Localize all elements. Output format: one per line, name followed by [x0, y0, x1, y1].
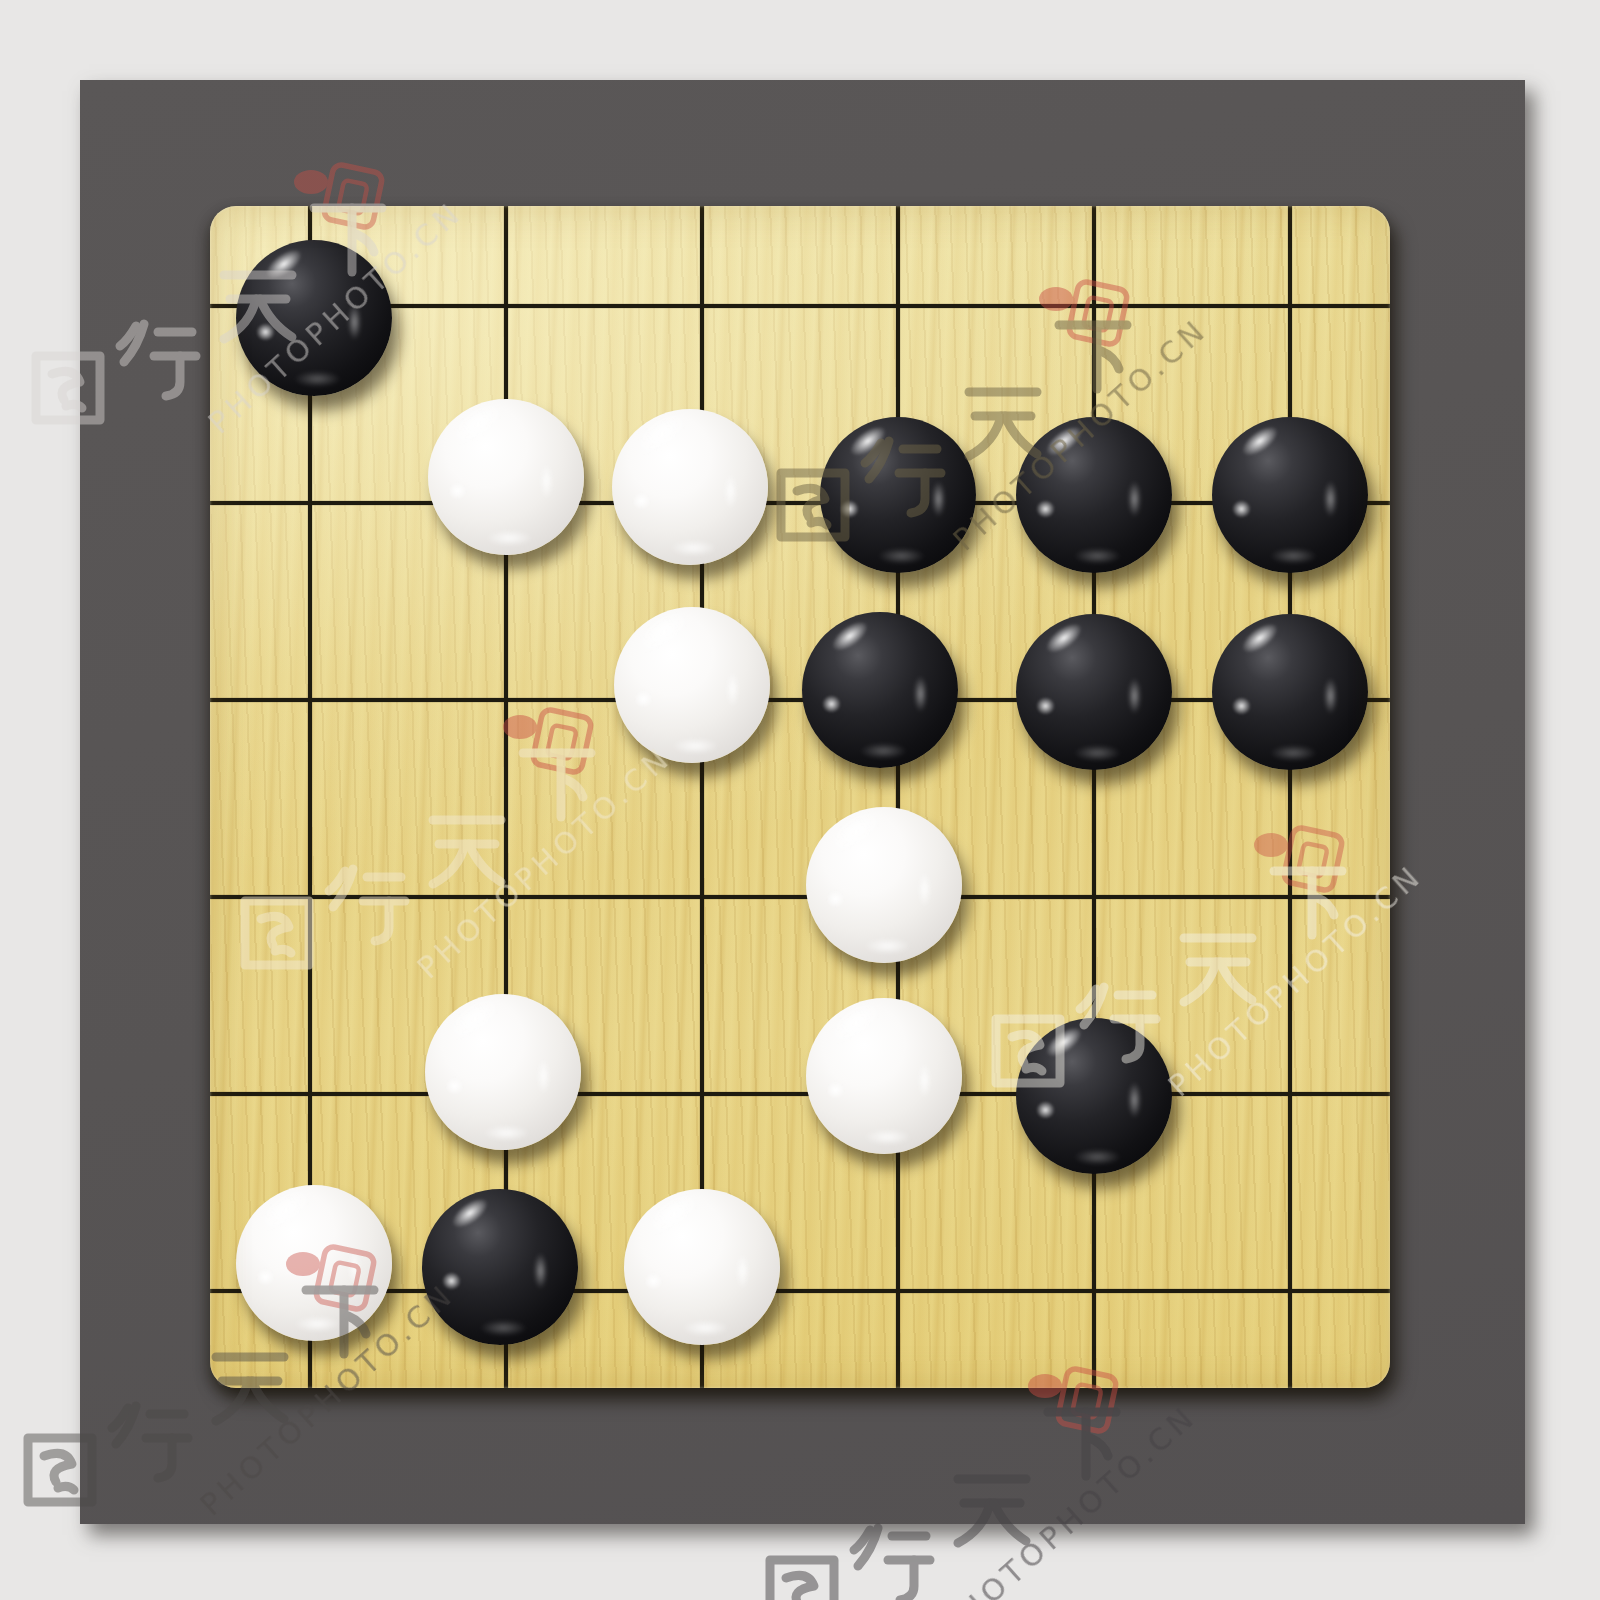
stone-highlight: [1232, 697, 1251, 716]
stone-highlight: [442, 1272, 461, 1291]
stone-highlight: [1074, 745, 1121, 761]
stone-highlight: [1128, 1082, 1140, 1118]
stone-highlight: [826, 1081, 845, 1100]
stone-highlight: [864, 1129, 911, 1145]
stone-highlight: [483, 1125, 530, 1141]
white-stone: [624, 1189, 780, 1345]
stone-highlight: [256, 1268, 275, 1287]
white-stone: [428, 399, 584, 555]
stone-highlight: [825, 805, 886, 860]
black-stone: [422, 1189, 578, 1345]
black-stone: [1016, 614, 1172, 770]
stone-highlight: [670, 540, 717, 556]
stone-highlight: [633, 605, 694, 660]
stone-highlight: [1074, 1149, 1121, 1165]
stone-highlight: [1128, 678, 1140, 714]
black-stone: [820, 417, 976, 573]
black-stone: [236, 240, 392, 396]
stone-highlight: [643, 1187, 704, 1242]
stone-highlight: [822, 695, 841, 714]
stone-highlight: [448, 482, 467, 501]
stone-highlight: [445, 1077, 464, 1096]
stone-highlight: [632, 492, 651, 511]
stone-highlight: [845, 421, 891, 462]
page-background: PHOTOPHOTO.CNPHOTOPHOTO.CNPHOTOPHOTO.CNP…: [0, 0, 1600, 1600]
stone-highlight: [864, 938, 911, 954]
stone-highlight: [736, 1253, 748, 1289]
stone-highlight: [480, 1320, 527, 1336]
stone-highlight: [1036, 500, 1055, 519]
stone-highlight: [348, 1249, 360, 1285]
stone-highlight: [918, 1062, 930, 1098]
stone-highlight: [827, 616, 873, 657]
stone-highlight: [348, 304, 360, 340]
stone-highlight: [914, 676, 926, 712]
stone-highlight: [1237, 618, 1283, 659]
stone-highlight: [1237, 421, 1283, 462]
stone-highlight: [1324, 678, 1336, 714]
grid-line-vertical: [1092, 206, 1096, 1388]
black-stone: [1016, 1018, 1172, 1174]
stone-highlight: [255, 1183, 316, 1238]
white-stone: [612, 409, 768, 565]
stone-highlight: [682, 1320, 729, 1336]
stone-highlight: [540, 463, 552, 499]
stone-highlight: [840, 500, 859, 519]
black-stone: [1212, 614, 1368, 770]
stone-highlight: [932, 481, 944, 517]
grid-line-horizontal: [210, 895, 1390, 899]
stone-highlight: [1036, 1101, 1055, 1120]
white-stone: [425, 994, 581, 1150]
stone-highlight: [631, 407, 692, 462]
stone-highlight: [724, 473, 736, 509]
stone-highlight: [537, 1058, 549, 1094]
stone-highlight: [726, 671, 738, 707]
stone-highlight: [447, 1193, 493, 1234]
stone-highlight: [256, 323, 275, 342]
stone-highlight: [1041, 1022, 1087, 1063]
stone-highlight: [825, 996, 886, 1051]
grid-line-vertical: [896, 206, 900, 1388]
stone-highlight: [644, 1272, 663, 1291]
black-stone: [802, 612, 958, 768]
stone-highlight: [1270, 548, 1317, 564]
white-stone: [806, 998, 962, 1154]
stone-highlight: [918, 871, 930, 907]
stone-highlight: [1324, 481, 1336, 517]
stone-highlight: [860, 743, 907, 759]
go-board: [210, 206, 1390, 1388]
grid-line-vertical: [1288, 206, 1292, 1388]
board-mat: [80, 80, 1525, 1524]
stone-highlight: [826, 890, 845, 909]
stone-highlight: [1270, 745, 1317, 761]
stone-highlight: [878, 548, 925, 564]
stone-highlight: [261, 244, 307, 285]
black-stone: [1016, 417, 1172, 573]
white-stone: [236, 1185, 392, 1341]
stone-highlight: [447, 397, 508, 452]
black-stone: [1212, 417, 1368, 573]
grid-line-horizontal: [210, 1092, 1390, 1096]
white-stone: [614, 607, 770, 763]
stone-highlight: [1074, 548, 1121, 564]
stone-highlight: [634, 690, 653, 709]
white-stone: [806, 807, 962, 963]
stone-highlight: [1041, 618, 1087, 659]
stone-highlight: [1041, 421, 1087, 462]
stone-highlight: [534, 1253, 546, 1289]
stone-highlight: [1036, 697, 1055, 716]
stone-highlight: [672, 738, 719, 754]
stone-highlight: [486, 530, 533, 546]
stone-highlight: [294, 371, 341, 387]
stone-highlight: [1128, 481, 1140, 517]
stone-highlight: [444, 992, 505, 1047]
stone-highlight: [1232, 500, 1251, 519]
stone-highlight: [294, 1316, 341, 1332]
